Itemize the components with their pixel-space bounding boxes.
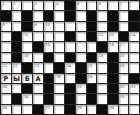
clue-number: 34 [24, 95, 28, 99]
clue-number: 16 [109, 43, 113, 47]
white-cell[interactable] [33, 84, 43, 93]
white-cell[interactable]: Б [22, 74, 32, 83]
white-cell[interactable] [129, 63, 139, 72]
white-cell[interactable]: 2 [12, 1, 22, 10]
white-cell[interactable] [22, 42, 32, 51]
white-cell[interactable] [129, 94, 139, 103]
clue-number: 26 [120, 64, 124, 68]
white-cell[interactable] [33, 53, 43, 62]
white-cell[interactable]: 1 [1, 1, 11, 10]
black-cell [108, 84, 118, 93]
clue-number: 3 [35, 2, 37, 6]
clue-number: 21 [3, 64, 7, 68]
white-cell[interactable] [33, 94, 43, 103]
black-cell [65, 84, 75, 93]
white-cell[interactable]: 28 [54, 74, 64, 83]
clue-number: 19 [99, 54, 103, 58]
clue-number: 18 [24, 54, 28, 58]
clue-number: 31 [77, 85, 81, 89]
black-cell [97, 105, 107, 114]
black-cell [12, 42, 22, 51]
white-cell[interactable]: 18 [22, 53, 32, 62]
clue-number: 13 [109, 33, 113, 37]
white-cell[interactable]: 9 [33, 22, 43, 31]
white-cell[interactable]: 20 [119, 53, 129, 62]
white-cell[interactable] [54, 84, 64, 93]
black-cell [65, 32, 75, 41]
white-cell[interactable] [1, 42, 11, 51]
white-cell[interactable]: 22 [12, 63, 22, 72]
black-cell [108, 11, 118, 20]
white-cell[interactable] [65, 74, 75, 83]
white-cell[interactable] [44, 32, 54, 41]
clue-number: 5 [77, 2, 79, 6]
black-cell [129, 11, 139, 20]
clue-number: 35 [120, 95, 124, 99]
black-cell [44, 74, 54, 83]
white-cell[interactable] [33, 32, 43, 41]
clue-number: 1 [3, 2, 5, 6]
white-cell[interactable] [129, 1, 139, 10]
white-cell[interactable]: 16 [108, 42, 118, 51]
black-cell [44, 53, 54, 62]
white-cell[interactable] [12, 11, 22, 20]
white-cell[interactable] [97, 94, 107, 103]
black-cell [33, 42, 43, 51]
white-cell[interactable] [65, 22, 75, 31]
clue-number: 25 [88, 64, 92, 68]
black-cell [87, 53, 97, 62]
white-cell[interactable]: 13 [108, 32, 118, 41]
clue-number: 4 [56, 2, 58, 6]
clue-number: 17 [120, 43, 124, 47]
clue-number: 10 [45, 23, 49, 27]
white-cell[interactable] [119, 11, 129, 20]
black-cell [12, 94, 22, 103]
white-cell[interactable] [44, 63, 54, 72]
crossword-puzzle-screenshot: 1234567891011121314151617181920212223242… [0, 0, 140, 115]
white-cell[interactable] [76, 53, 86, 62]
white-cell[interactable]: 21 [1, 63, 11, 72]
white-cell[interactable] [54, 22, 64, 31]
white-cell[interactable]: 4 [54, 1, 64, 10]
white-cell[interactable] [54, 94, 64, 103]
white-cell[interactable] [65, 42, 75, 51]
white-cell[interactable] [97, 22, 107, 31]
white-cell[interactable]: 25 [87, 63, 97, 72]
black-cell [87, 84, 97, 93]
clue-number: 37 [45, 106, 49, 110]
white-cell[interactable]: 30 [1, 84, 11, 93]
white-cell[interactable]: 23 [33, 63, 43, 72]
white-cell[interactable]: 14 [129, 32, 139, 41]
black-cell [12, 53, 22, 62]
black-cell [65, 105, 75, 114]
white-cell[interactable] [54, 32, 64, 41]
black-cell [44, 11, 54, 20]
black-cell [108, 22, 118, 31]
white-cell[interactable]: 39 [108, 105, 118, 114]
white-cell[interactable]: Ы [12, 74, 22, 83]
clue-number: 2 [13, 2, 15, 6]
white-cell[interactable] [44, 1, 54, 10]
black-cell [97, 42, 107, 51]
clue-number: 15 [45, 43, 49, 47]
white-cell[interactable] [108, 1, 118, 10]
white-cell[interactable] [76, 42, 86, 51]
white-cell[interactable] [119, 74, 129, 83]
black-cell [22, 84, 32, 93]
white-cell[interactable]: 17 [119, 42, 129, 51]
clue-number: 39 [109, 106, 113, 110]
white-cell[interactable]: 37 [44, 105, 54, 114]
black-cell [22, 22, 32, 31]
white-cell[interactable] [54, 53, 64, 62]
white-cell[interactable] [87, 1, 97, 10]
white-cell[interactable]: 3 [33, 1, 43, 10]
white-cell[interactable] [1, 94, 11, 103]
white-cell[interactable]: 10 [44, 22, 54, 31]
white-cell[interactable] [1, 32, 11, 41]
white-cell[interactable]: 31 [76, 84, 86, 93]
white-cell[interactable] [12, 22, 22, 31]
white-cell[interactable]: 6 [97, 1, 107, 10]
white-cell[interactable] [129, 53, 139, 62]
white-cell[interactable]: 36 [1, 105, 11, 114]
white-cell[interactable]: 27Р [1, 74, 11, 83]
white-cell[interactable]: 35 [119, 94, 129, 103]
black-cell [54, 63, 64, 72]
black-cell [44, 94, 54, 103]
black-cell [22, 11, 32, 20]
white-cell[interactable]: 38 [76, 105, 86, 114]
black-cell [129, 22, 139, 31]
clue-number: 14 [131, 33, 135, 37]
black-cell [76, 63, 86, 72]
white-cell[interactable] [76, 32, 86, 41]
filled-letter: Ы [12, 74, 22, 83]
black-cell [1, 11, 11, 20]
black-cell [65, 53, 75, 62]
crossword-board: 1234567891011121314151617181920212223242… [0, 0, 140, 115]
white-cell[interactable] [97, 74, 107, 83]
filled-letter: Б [22, 74, 32, 83]
white-cell[interactable] [54, 42, 64, 51]
white-cell[interactable]: 33 [129, 84, 139, 93]
white-cell[interactable] [54, 105, 64, 114]
clue-number: 24 [67, 64, 71, 68]
white-cell[interactable] [33, 11, 43, 20]
clue-number: 28 [56, 75, 60, 79]
black-cell [87, 32, 97, 41]
black-cell [108, 94, 118, 103]
clue-number: 11 [24, 33, 28, 37]
clue-number: 9 [35, 23, 37, 27]
black-cell [44, 84, 54, 93]
white-cell[interactable] [76, 11, 86, 20]
white-cell[interactable] [129, 42, 139, 51]
white-cell[interactable] [97, 11, 107, 20]
black-cell [87, 22, 97, 31]
white-cell[interactable] [87, 42, 97, 51]
black-cell [76, 74, 86, 83]
clue-number: 7 [120, 2, 122, 6]
clue-number: 20 [120, 54, 124, 58]
white-cell[interactable] [54, 11, 64, 20]
black-cell [65, 1, 75, 10]
black-cell [22, 63, 32, 72]
white-cell[interactable] [12, 84, 22, 93]
clue-number: 23 [35, 64, 39, 68]
white-cell[interactable] [97, 84, 107, 93]
white-cell[interactable] [76, 94, 86, 103]
white-cell[interactable]: 12 [97, 32, 107, 41]
clue-number: 38 [77, 106, 81, 110]
white-cell[interactable] [12, 105, 22, 114]
clue-number: 8 [3, 23, 5, 27]
white-cell[interactable]: 5 [76, 1, 86, 10]
filled-letter: Р [1, 74, 11, 83]
black-cell [108, 53, 118, 62]
white-cell[interactable] [97, 63, 107, 72]
white-cell[interactable]: 15 [44, 42, 54, 51]
white-cell[interactable] [1, 53, 11, 62]
clue-number: 29 [88, 75, 92, 79]
clue-number: 22 [13, 64, 17, 68]
black-cell [12, 32, 22, 41]
white-cell[interactable]: 24 [65, 63, 75, 72]
white-cell[interactable]: 26 [119, 63, 129, 72]
clue-number: 32 [120, 85, 124, 89]
white-cell[interactable]: 8 [1, 22, 11, 31]
black-cell [87, 94, 97, 103]
black-cell [65, 94, 75, 103]
clue-number: 33 [131, 85, 135, 89]
black-cell [108, 63, 118, 72]
white-cell[interactable] [119, 22, 129, 31]
white-cell[interactable]: 19 [97, 53, 107, 62]
white-cell[interactable] [87, 105, 97, 114]
white-cell[interactable] [119, 105, 129, 114]
white-cell[interactable]: 29 [87, 74, 97, 83]
white-cell[interactable]: 34 [22, 94, 32, 103]
white-cell[interactable] [22, 105, 32, 114]
clue-number: 36 [3, 106, 7, 110]
white-cell[interactable]: 32 [119, 84, 129, 93]
white-cell[interactable] [129, 105, 139, 114]
black-cell [87, 11, 97, 20]
filled-letter: А [33, 74, 43, 83]
clue-number: 6 [99, 2, 101, 6]
white-cell[interactable] [22, 1, 32, 10]
clue-number: 30 [3, 85, 7, 89]
black-cell [33, 105, 43, 114]
clue-number: 12 [99, 33, 103, 37]
black-cell [119, 32, 129, 41]
black-cell [108, 74, 118, 83]
white-cell[interactable]: А [33, 74, 43, 83]
black-cell [65, 11, 75, 20]
white-cell[interactable]: 11 [22, 32, 32, 41]
white-cell[interactable]: 7 [119, 1, 129, 10]
white-cell[interactable] [76, 22, 86, 31]
black-cell [129, 74, 139, 83]
